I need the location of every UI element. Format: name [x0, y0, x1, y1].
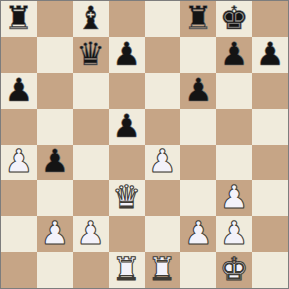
square-a2[interactable]	[1, 216, 37, 252]
square-d1[interactable]: ♜	[109, 252, 145, 288]
piece-black-pawn[interactable]: ♟	[5, 74, 34, 106]
square-d5[interactable]: ♟	[109, 109, 145, 145]
square-h8[interactable]	[252, 1, 288, 37]
square-c1[interactable]	[73, 252, 109, 288]
square-b2[interactable]: ♟	[37, 216, 73, 252]
square-c8[interactable]: ♝	[73, 1, 109, 37]
piece-black-rook[interactable]: ♜	[184, 2, 213, 34]
piece-white-rook[interactable]: ♜	[148, 253, 177, 285]
piece-white-pawn[interactable]: ♟	[40, 217, 69, 249]
piece-black-pawn[interactable]: ♟	[112, 110, 141, 142]
square-f7[interactable]	[180, 37, 216, 73]
square-c5[interactable]	[73, 109, 109, 145]
piece-white-pawn[interactable]: ♟	[148, 145, 177, 177]
piece-black-rook[interactable]: ♜	[5, 2, 34, 34]
piece-white-pawn[interactable]: ♟	[76, 217, 105, 249]
square-f4[interactable]	[180, 145, 216, 181]
square-e4[interactable]: ♟	[145, 145, 181, 181]
square-g4[interactable]	[216, 145, 252, 181]
piece-black-pawn[interactable]: ♟	[256, 38, 285, 70]
square-e1[interactable]: ♜	[145, 252, 181, 288]
square-d3[interactable]: ♛	[109, 180, 145, 216]
square-h1[interactable]	[252, 252, 288, 288]
piece-black-pawn[interactable]: ♟	[184, 74, 213, 106]
square-e5[interactable]	[145, 109, 181, 145]
square-a1[interactable]	[1, 252, 37, 288]
square-g2[interactable]: ♟	[216, 216, 252, 252]
square-g8[interactable]: ♚	[216, 1, 252, 37]
square-d7[interactable]: ♟	[109, 37, 145, 73]
square-c4[interactable]	[73, 145, 109, 181]
square-d6[interactable]	[109, 73, 145, 109]
square-g3[interactable]: ♟	[216, 180, 252, 216]
square-b7[interactable]	[37, 37, 73, 73]
piece-black-pawn[interactable]: ♟	[112, 38, 141, 70]
square-a5[interactable]	[1, 109, 37, 145]
piece-white-pawn[interactable]: ♟	[220, 217, 249, 249]
piece-black-pawn[interactable]: ♟	[220, 38, 249, 70]
square-a7[interactable]	[1, 37, 37, 73]
square-h2[interactable]	[252, 216, 288, 252]
square-e6[interactable]	[145, 73, 181, 109]
piece-black-king[interactable]: ♚	[220, 2, 249, 34]
square-d2[interactable]	[109, 216, 145, 252]
square-f6[interactable]: ♟	[180, 73, 216, 109]
piece-white-queen[interactable]: ♛	[112, 181, 141, 213]
square-f1[interactable]	[180, 252, 216, 288]
square-e7[interactable]	[145, 37, 181, 73]
chess-board: ♜♝♜♚♛♟♟♟♟♟♟♟♟♟♛♟♟♟♟♟♜♜♚	[0, 0, 289, 289]
square-b8[interactable]	[37, 1, 73, 37]
square-b1[interactable]	[37, 252, 73, 288]
square-e3[interactable]	[145, 180, 181, 216]
piece-black-pawn[interactable]: ♟	[40, 145, 69, 177]
square-h6[interactable]	[252, 73, 288, 109]
square-h5[interactable]	[252, 109, 288, 145]
square-a6[interactable]: ♟	[1, 73, 37, 109]
square-c6[interactable]	[73, 73, 109, 109]
square-a3[interactable]	[1, 180, 37, 216]
square-c7[interactable]: ♛	[73, 37, 109, 73]
square-f2[interactable]: ♟	[180, 216, 216, 252]
square-d8[interactable]	[109, 1, 145, 37]
square-a8[interactable]: ♜	[1, 1, 37, 37]
square-d4[interactable]	[109, 145, 145, 181]
square-a4[interactable]: ♟	[1, 145, 37, 181]
piece-white-pawn[interactable]: ♟	[220, 181, 249, 213]
piece-white-pawn[interactable]: ♟	[5, 145, 34, 177]
piece-white-king[interactable]: ♚	[220, 253, 249, 285]
piece-white-pawn[interactable]: ♟	[184, 217, 213, 249]
square-h4[interactable]	[252, 145, 288, 181]
square-b6[interactable]	[37, 73, 73, 109]
square-h3[interactable]	[252, 180, 288, 216]
square-c2[interactable]: ♟	[73, 216, 109, 252]
square-f5[interactable]	[180, 109, 216, 145]
square-f3[interactable]	[180, 180, 216, 216]
square-h7[interactable]: ♟	[252, 37, 288, 73]
square-g7[interactable]: ♟	[216, 37, 252, 73]
square-b4[interactable]: ♟	[37, 145, 73, 181]
square-c3[interactable]	[73, 180, 109, 216]
piece-black-bishop[interactable]: ♝	[76, 2, 105, 34]
square-g1[interactable]: ♚	[216, 252, 252, 288]
piece-black-queen[interactable]: ♛	[76, 38, 105, 70]
square-f8[interactable]: ♜	[180, 1, 216, 37]
square-g6[interactable]	[216, 73, 252, 109]
square-b3[interactable]	[37, 180, 73, 216]
square-e8[interactable]	[145, 1, 181, 37]
piece-white-rook[interactable]: ♜	[112, 253, 141, 285]
square-e2[interactable]	[145, 216, 181, 252]
square-b5[interactable]	[37, 109, 73, 145]
square-g5[interactable]	[216, 109, 252, 145]
